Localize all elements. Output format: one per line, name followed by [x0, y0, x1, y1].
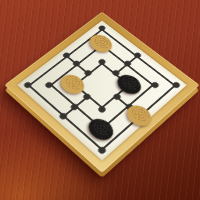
point-b6[interactable]: ● [91, 36, 112, 52]
point-marker [171, 81, 181, 89]
point-marker [61, 52, 71, 60]
point-marker [23, 81, 33, 89]
point-f2[interactable]: ● [90, 120, 113, 140]
black-piece-f2[interactable]: ● [85, 114, 119, 143]
board-surface-grid: ●●●●● [17, 21, 187, 161]
point-a1[interactable] [17, 76, 38, 93]
point-g7[interactable] [166, 76, 187, 93]
point-marker [97, 146, 108, 155]
point-marker [70, 103, 80, 112]
point-marker [97, 58, 107, 66]
morris-board: ●●●●● [4, 12, 199, 173]
point-g4[interactable]: ● [127, 105, 154, 128]
point-marker [111, 93, 121, 101]
white-piece-b6[interactable]: ● [87, 30, 118, 54]
point-marker [133, 52, 143, 60]
point-g1[interactable] [91, 140, 114, 160]
board-surface: ●●●●● [17, 21, 187, 161]
white-piece-g4[interactable]: ● [124, 100, 158, 129]
table-scene: ●●●●● [0, 0, 200, 200]
point-marker [58, 112, 68, 121]
point-marker [83, 93, 93, 101]
point-marker [44, 81, 54, 89]
